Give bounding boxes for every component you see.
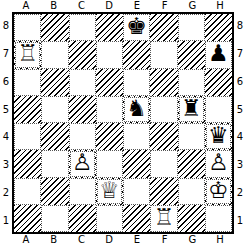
square-b8[interactable]: [41, 14, 68, 41]
piece-backdrop-a7: ♖: [15, 42, 40, 67]
square-f1[interactable]: ♖: [150, 205, 177, 232]
file-label-top-f: F: [151, 0, 179, 12]
file-label-top-b: B: [40, 0, 68, 12]
square-e7[interactable]: [123, 41, 150, 68]
square-g8[interactable]: [178, 14, 205, 41]
rank-label-left-6: 6: [0, 68, 12, 96]
rank-label-right-6: 6: [234, 68, 246, 96]
square-d5[interactable]: [96, 96, 123, 123]
square-a5[interactable]: [14, 96, 41, 123]
chess-board: ♚♖♟♞♜♛♙♙♕♔♖: [12, 12, 234, 234]
file-label-bottom-b: B: [40, 234, 68, 246]
rank-label-left-8: 8: [0, 12, 12, 40]
square-g5[interactable]: ♜: [178, 96, 205, 123]
square-h8[interactable]: [205, 14, 232, 41]
square-h1[interactable]: [205, 205, 232, 232]
rank-label-right-8: 8: [234, 12, 246, 40]
square-f6[interactable]: [150, 69, 177, 96]
square-g4[interactable]: [178, 123, 205, 150]
square-c7[interactable]: [69, 41, 96, 68]
square-a2[interactable]: [14, 178, 41, 205]
file-labels-bottom: ABCDEFGH: [12, 234, 234, 246]
piece-white-rook-f1[interactable]: ♖: [154, 206, 175, 229]
square-f7[interactable]: [150, 41, 177, 68]
chess-diagram: ABCDEFGH 87654321 ♚♖♟♞♜♛♙♙♕♔♖ 87654321 A…: [0, 0, 246, 246]
square-f5[interactable]: [150, 96, 177, 123]
piece-backdrop-h2: ♔: [206, 179, 231, 204]
square-h5[interactable]: [205, 96, 232, 123]
file-label-bottom-g: G: [179, 234, 207, 246]
square-f8[interactable]: [150, 14, 177, 41]
file-label-top-g: G: [179, 0, 207, 12]
piece-white-rook-a7[interactable]: ♖: [17, 42, 38, 65]
square-a4[interactable]: [14, 123, 41, 150]
piece-backdrop-h4: ♛: [206, 124, 231, 149]
rank-label-right-1: 1: [234, 206, 246, 234]
square-c5[interactable]: [69, 96, 96, 123]
rank-label-right-3: 3: [234, 151, 246, 179]
square-b2[interactable]: [41, 178, 68, 205]
file-labels-top: ABCDEFGH: [12, 0, 234, 12]
square-b7[interactable]: [41, 41, 68, 68]
square-a1[interactable]: [14, 205, 41, 232]
square-d8[interactable]: [96, 14, 123, 41]
rank-label-left-4: 4: [0, 123, 12, 151]
square-c1[interactable]: [69, 205, 96, 232]
square-e5[interactable]: ♞: [123, 96, 150, 123]
square-a3[interactable]: [14, 150, 41, 177]
square-a6[interactable]: [14, 69, 41, 96]
square-b6[interactable]: [41, 69, 68, 96]
rank-label-left-3: 3: [0, 151, 12, 179]
piece-white-queen-d2[interactable]: ♕: [99, 179, 120, 202]
square-e3[interactable]: [123, 150, 150, 177]
square-h7[interactable]: ♟: [205, 41, 232, 68]
rank-label-left-2: 2: [0, 179, 12, 207]
rank-labels-right: 87654321: [234, 12, 246, 234]
file-label-top-a: A: [12, 0, 40, 12]
square-d2[interactable]: ♕: [96, 178, 123, 205]
square-h3[interactable]: ♙: [205, 150, 232, 177]
square-g2[interactable]: [178, 178, 205, 205]
file-label-top-c: C: [68, 0, 96, 12]
piece-black-knight-e5[interactable]: ♞: [126, 97, 147, 120]
rank-labels-left: 87654321: [0, 12, 12, 234]
file-label-bottom-a: A: [12, 234, 40, 246]
square-b4[interactable]: [41, 123, 68, 150]
file-label-bottom-h: H: [206, 234, 234, 246]
file-label-bottom-e: E: [123, 234, 151, 246]
file-label-bottom-f: F: [151, 234, 179, 246]
square-c6[interactable]: [69, 69, 96, 96]
square-g1[interactable]: [178, 205, 205, 232]
square-f4[interactable]: [150, 123, 177, 150]
square-h2[interactable]: ♔: [205, 178, 232, 205]
square-d6[interactable]: [96, 69, 123, 96]
square-g6[interactable]: [178, 69, 205, 96]
square-g7[interactable]: [178, 41, 205, 68]
file-label-bottom-d: D: [95, 234, 123, 246]
square-d4[interactable]: [96, 123, 123, 150]
piece-white-pawn-h3[interactable]: ♙: [208, 151, 229, 174]
square-b3[interactable]: [41, 150, 68, 177]
piece-backdrop-g5: ♜: [179, 97, 204, 122]
rank-label-right-4: 4: [234, 123, 246, 151]
square-c4[interactable]: [69, 123, 96, 150]
piece-white-pawn-c3[interactable]: ♙: [72, 151, 93, 174]
square-e4[interactable]: [123, 123, 150, 150]
square-h4[interactable]: ♛: [205, 123, 232, 150]
square-c3[interactable]: ♙: [69, 150, 96, 177]
file-label-bottom-c: C: [68, 234, 96, 246]
rank-label-left-5: 5: [0, 95, 12, 123]
square-b1[interactable]: [41, 205, 68, 232]
file-label-top-h: H: [206, 0, 234, 12]
square-e8[interactable]: ♚: [123, 14, 150, 41]
rank-label-left-7: 7: [0, 40, 12, 68]
piece-black-rook-g5[interactable]: ♜: [181, 97, 202, 120]
piece-black-queen-h4[interactable]: ♛: [208, 124, 229, 147]
piece-backdrop-d2: ♕: [97, 179, 122, 204]
rank-label-left-1: 1: [0, 206, 12, 234]
rank-label-right-5: 5: [234, 95, 246, 123]
square-g3[interactable]: [178, 150, 205, 177]
file-label-top-e: E: [123, 0, 151, 12]
square-e1[interactable]: [123, 205, 150, 232]
square-d7[interactable]: [96, 41, 123, 68]
piece-black-pawn-h7[interactable]: ♟: [208, 42, 229, 65]
square-f2[interactable]: [150, 178, 177, 205]
square-c8[interactable]: [69, 14, 96, 41]
file-label-top-d: D: [95, 0, 123, 12]
square-h6[interactable]: [205, 69, 232, 96]
square-e2[interactable]: [123, 178, 150, 205]
piece-backdrop-e5: ♞: [124, 97, 149, 122]
square-c2[interactable]: [69, 178, 96, 205]
square-b5[interactable]: [41, 96, 68, 123]
piece-white-king-h2[interactable]: ♔: [208, 179, 229, 202]
square-d1[interactable]: [96, 205, 123, 232]
square-a8[interactable]: [14, 14, 41, 41]
piece-black-king-e8[interactable]: ♚: [126, 15, 147, 38]
piece-backdrop-c3: ♙: [70, 151, 95, 176]
square-e6[interactable]: [123, 69, 150, 96]
square-f3[interactable]: [150, 150, 177, 177]
rank-label-right-7: 7: [234, 40, 246, 68]
square-d3[interactable]: [96, 150, 123, 177]
rank-label-right-2: 2: [234, 179, 246, 207]
square-a7[interactable]: ♖: [14, 41, 41, 68]
